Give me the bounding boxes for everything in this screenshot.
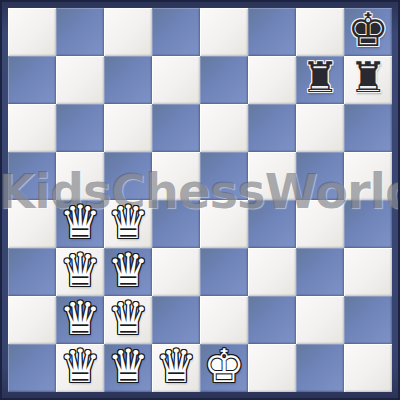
square-h7[interactable]: ♜ [344,56,392,104]
square-a5[interactable] [8,152,56,200]
square-a1[interactable] [8,344,56,392]
square-a6[interactable] [8,104,56,152]
square-f7[interactable] [248,56,296,104]
square-h5[interactable] [344,152,392,200]
square-h2[interactable] [344,296,392,344]
white-queen[interactable]: ♛ [104,198,152,246]
square-d7[interactable] [152,56,200,104]
square-d1[interactable]: ♛ [152,344,200,392]
black-king[interactable]: ♚ [344,6,392,54]
black-rook[interactable]: ♜ [344,54,392,102]
white-queen[interactable]: ♛ [56,198,104,246]
square-d2[interactable] [152,296,200,344]
square-c7[interactable] [104,56,152,104]
square-d5[interactable] [152,152,200,200]
white-queen[interactable]: ♛ [56,294,104,342]
square-d3[interactable] [152,248,200,296]
square-b6[interactable] [56,104,104,152]
chess-board-frame: ♚♜♜♛♛♛♛♛♛♛♛♛♚ KidsChessWorld [0,0,400,400]
square-b8[interactable] [56,8,104,56]
square-a2[interactable] [8,296,56,344]
square-c2[interactable]: ♛ [104,296,152,344]
square-e2[interactable] [200,296,248,344]
square-e8[interactable] [200,8,248,56]
square-h8[interactable]: ♚ [344,8,392,56]
white-queen[interactable]: ♛ [152,342,200,390]
square-a4[interactable] [8,200,56,248]
white-queen[interactable]: ♛ [56,342,104,390]
square-b3[interactable]: ♛ [56,248,104,296]
square-g7[interactable]: ♜ [296,56,344,104]
square-e4[interactable] [200,200,248,248]
square-b7[interactable] [56,56,104,104]
square-g8[interactable] [296,8,344,56]
square-c8[interactable] [104,8,152,56]
square-e5[interactable] [200,152,248,200]
square-c4[interactable]: ♛ [104,200,152,248]
square-e6[interactable] [200,104,248,152]
square-f8[interactable] [248,8,296,56]
square-c1[interactable]: ♛ [104,344,152,392]
square-c3[interactable]: ♛ [104,248,152,296]
square-b2[interactable]: ♛ [56,296,104,344]
square-a8[interactable] [8,8,56,56]
white-queen[interactable]: ♛ [104,294,152,342]
square-e1[interactable]: ♚ [200,344,248,392]
square-h1[interactable] [344,344,392,392]
square-g6[interactable] [296,104,344,152]
square-f3[interactable] [248,248,296,296]
square-a3[interactable] [8,248,56,296]
square-d6[interactable] [152,104,200,152]
square-f5[interactable] [248,152,296,200]
square-g5[interactable] [296,152,344,200]
square-g1[interactable] [296,344,344,392]
square-b1[interactable]: ♛ [56,344,104,392]
square-g2[interactable] [296,296,344,344]
square-a7[interactable] [8,56,56,104]
white-queen[interactable]: ♛ [104,342,152,390]
square-h6[interactable] [344,104,392,152]
square-h3[interactable] [344,248,392,296]
square-f1[interactable] [248,344,296,392]
square-b5[interactable] [56,152,104,200]
square-h4[interactable] [344,200,392,248]
square-f2[interactable] [248,296,296,344]
white-queen[interactable]: ♛ [104,246,152,294]
square-g4[interactable] [296,200,344,248]
square-f4[interactable] [248,200,296,248]
square-f6[interactable] [248,104,296,152]
square-g3[interactable] [296,248,344,296]
square-b4[interactable]: ♛ [56,200,104,248]
square-e3[interactable] [200,248,248,296]
white-queen[interactable]: ♛ [56,246,104,294]
square-c6[interactable] [104,104,152,152]
white-king[interactable]: ♚ [200,342,248,390]
black-rook[interactable]: ♜ [296,54,344,102]
square-d4[interactable] [152,200,200,248]
chess-board: ♚♜♜♛♛♛♛♛♛♛♛♛♚ [8,8,392,392]
square-d8[interactable] [152,8,200,56]
square-e7[interactable] [200,56,248,104]
square-c5[interactable] [104,152,152,200]
